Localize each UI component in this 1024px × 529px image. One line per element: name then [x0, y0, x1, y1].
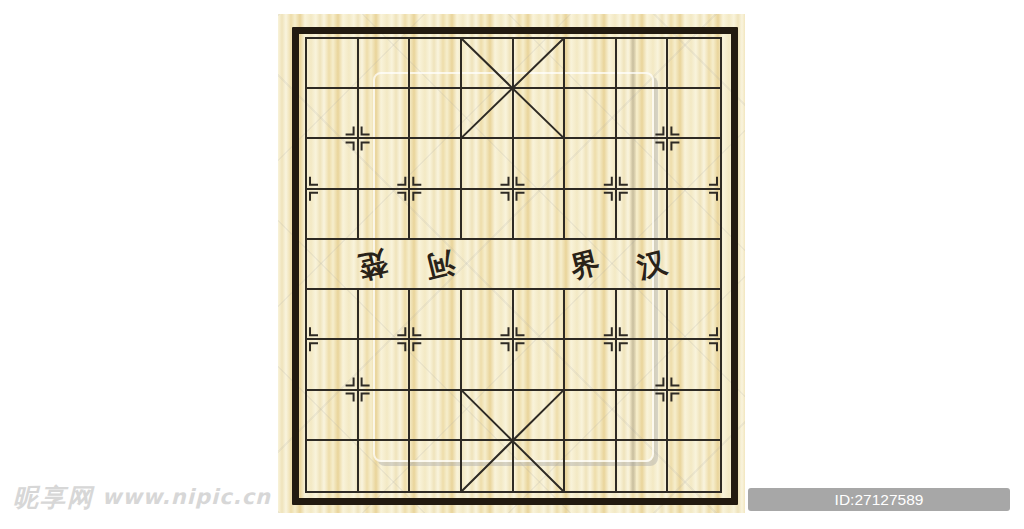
board-cell[interactable]	[668, 190, 720, 240]
board-cell[interactable]	[565, 190, 617, 240]
board-cell[interactable]	[307, 290, 359, 340]
board-cell[interactable]	[307, 340, 359, 390]
board-cell[interactable]	[307, 240, 359, 290]
board-cell[interactable]	[462, 39, 514, 89]
board-cell[interactable]	[359, 190, 411, 240]
board-cell[interactable]	[617, 391, 669, 441]
board-cell[interactable]	[410, 89, 462, 139]
board-cell[interactable]	[410, 290, 462, 340]
board-cell[interactable]	[514, 290, 566, 340]
watermark-url: www.nipic.cn	[102, 485, 271, 509]
page: 楚 河 界 汉 昵享网 www.nipic.cn ID:27127589 NO:…	[0, 0, 1024, 529]
board-cell[interactable]	[307, 139, 359, 189]
board-cell[interactable]	[359, 290, 411, 340]
board-cell[interactable]	[617, 441, 669, 491]
xiangqi-board: 楚 河 界 汉	[278, 14, 745, 513]
board-cell[interactable]	[462, 89, 514, 139]
board-cell[interactable]	[514, 340, 566, 390]
board-cell[interactable]	[565, 340, 617, 390]
board-cell[interactable]	[668, 441, 720, 491]
board-cell[interactable]	[514, 139, 566, 189]
board-cell[interactable]	[410, 190, 462, 240]
watermark-logo: 昵享网	[13, 481, 94, 514]
board-cell[interactable]	[359, 340, 411, 390]
board-cell[interactable]	[565, 89, 617, 139]
board-cell[interactable]	[410, 340, 462, 390]
board-cell[interactable]	[359, 89, 411, 139]
board-cell[interactable]	[617, 139, 669, 189]
board-cell[interactable]	[668, 240, 720, 290]
board-cell[interactable]	[307, 39, 359, 89]
id-bar: ID:27127589 NO:20240613132005276127	[748, 488, 1010, 511]
board-cell[interactable]	[617, 290, 669, 340]
board-cell[interactable]	[668, 139, 720, 189]
board-cell[interactable]	[307, 441, 359, 491]
board-cell[interactable]	[565, 290, 617, 340]
board-cell[interactable]	[668, 89, 720, 139]
board-cell[interactable]	[307, 89, 359, 139]
board-cell[interactable]	[617, 39, 669, 89]
board-cell[interactable]	[514, 39, 566, 89]
board-cell[interactable]	[617, 340, 669, 390]
board-cell[interactable]	[359, 139, 411, 189]
board-cell[interactable]	[359, 39, 411, 89]
board-cell[interactable]	[462, 441, 514, 491]
board-cell[interactable]	[307, 391, 359, 441]
board-cell[interactable]	[617, 190, 669, 240]
board-cell[interactable]	[565, 39, 617, 89]
board-cell[interactable]	[514, 441, 566, 491]
board-cell[interactable]	[359, 441, 411, 491]
board-cell[interactable]	[462, 340, 514, 390]
board-cell[interactable]	[617, 89, 669, 139]
board-cell[interactable]	[514, 240, 566, 290]
board-cell[interactable]	[514, 190, 566, 240]
board-cell[interactable]	[514, 391, 566, 441]
board-cell[interactable]	[410, 39, 462, 89]
board-cell[interactable]	[359, 391, 411, 441]
board-cell[interactable]	[462, 139, 514, 189]
board-cell[interactable]	[565, 391, 617, 441]
board-cell[interactable]	[565, 139, 617, 189]
board-cell[interactable]	[462, 190, 514, 240]
board-cell[interactable]	[565, 441, 617, 491]
board-cell[interactable]	[307, 190, 359, 240]
board-cell[interactable]	[668, 39, 720, 89]
board-cell[interactable]	[514, 89, 566, 139]
board-cell[interactable]	[410, 391, 462, 441]
board-cell[interactable]	[462, 240, 514, 290]
board-cell[interactable]	[668, 391, 720, 441]
board-cell[interactable]	[462, 290, 514, 340]
board-cell[interactable]	[410, 441, 462, 491]
watermark: 昵享网 www.nipic.cn	[13, 481, 271, 513]
board-cell[interactable]	[668, 340, 720, 390]
board-cell[interactable]	[462, 391, 514, 441]
board-cell[interactable]	[668, 290, 720, 340]
board-cell[interactable]	[410, 139, 462, 189]
